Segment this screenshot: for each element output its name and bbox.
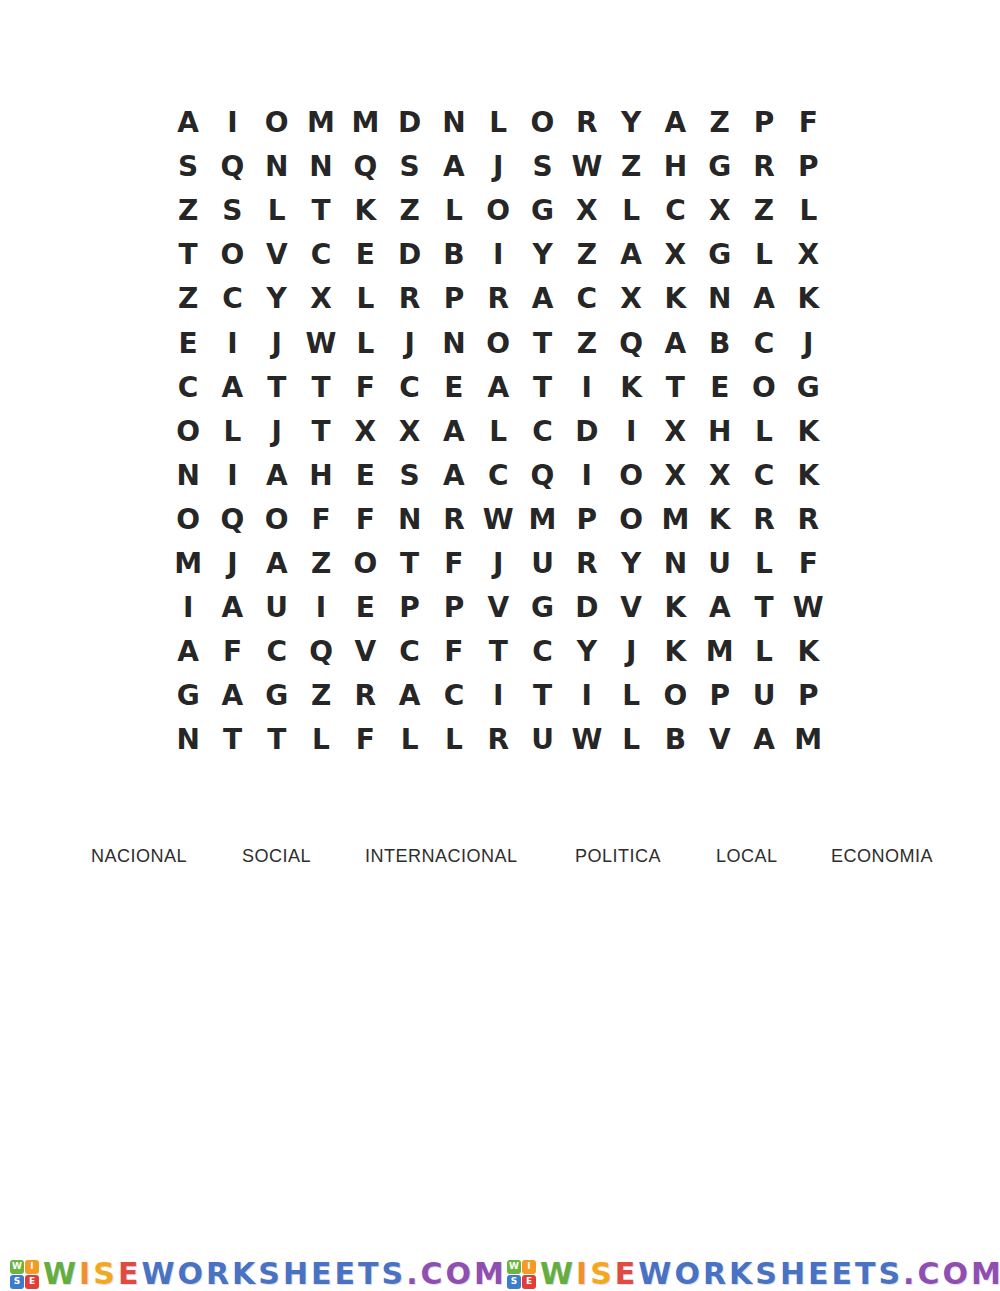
word-list-item: POLITICA <box>575 846 661 866</box>
watermark-letter: S <box>878 1256 903 1291</box>
grid-cell[interactable]: L <box>299 718 343 762</box>
grid-cell[interactable]: C <box>476 454 520 498</box>
grid-cell[interactable]: Z <box>565 321 609 365</box>
watermark-letter: S <box>258 1256 283 1291</box>
grid-cell[interactable]: T <box>166 233 210 277</box>
grid-cell[interactable]: B <box>653 718 697 762</box>
watermark-letter: I <box>79 1256 93 1291</box>
grid-cell[interactable]: V <box>476 586 520 630</box>
grid-cell[interactable]: Y <box>565 630 609 674</box>
grid-cell[interactable]: R <box>742 498 786 542</box>
logo-square: I <box>522 1260 536 1274</box>
watermark-letter: E <box>808 1256 832 1291</box>
grid-cell[interactable]: T <box>387 542 431 586</box>
watermark-letter: O <box>446 1256 475 1291</box>
grid-cell[interactable]: A <box>609 233 653 277</box>
grid-cell[interactable]: K <box>653 586 697 630</box>
grid-cell[interactable]: Z <box>609 145 653 189</box>
grid-cell[interactable]: I <box>565 674 609 718</box>
grid-cell[interactable]: K <box>786 410 830 454</box>
grid-cell[interactable]: M <box>786 718 830 762</box>
wise-logo-icon: WISE <box>507 1260 536 1289</box>
grid-cell[interactable]: C <box>742 321 786 365</box>
grid-cell[interactable]: M <box>166 542 210 586</box>
word-list-item: NACIONAL <box>91 846 187 866</box>
grid-cell[interactable]: P <box>565 498 609 542</box>
watermark-letter: O <box>177 1256 206 1291</box>
grid-cell[interactable]: G <box>255 674 299 718</box>
grid-cell[interactable]: L <box>387 718 431 762</box>
grid-cell[interactable]: Z <box>299 542 343 586</box>
grid-cell[interactable]: K <box>343 189 387 233</box>
grid-cell[interactable]: N <box>698 277 742 321</box>
grid-cell[interactable]: H <box>299 454 343 498</box>
grid-cell[interactable]: N <box>432 101 476 145</box>
grid-cell[interactable]: E <box>343 586 387 630</box>
grid-cell[interactable]: O <box>255 498 299 542</box>
grid-cell[interactable]: P <box>432 586 476 630</box>
watermark-unit: WISE WISEWORKSHEETS.COM <box>10 1259 507 1289</box>
grid-cell[interactable]: G <box>520 189 564 233</box>
watermark-letter: . <box>406 1256 420 1291</box>
watermark-letter: I <box>576 1256 590 1291</box>
grid-cell[interactable]: T <box>476 630 520 674</box>
grid-cell[interactable]: Q <box>343 145 387 189</box>
grid-cell[interactable]: X <box>609 277 653 321</box>
grid-cell[interactable]: M <box>698 630 742 674</box>
grid-cell[interactable]: R <box>786 498 830 542</box>
logo-square: W <box>10 1260 24 1274</box>
grid-cell[interactable]: X <box>299 277 343 321</box>
grid-cell[interactable]: L <box>742 542 786 586</box>
grid-cell[interactable]: R <box>476 718 520 762</box>
grid-cell[interactable]: K <box>653 277 697 321</box>
grid-cell[interactable]: A <box>698 586 742 630</box>
grid-cell[interactable]: L <box>210 410 254 454</box>
grid-cell[interactable]: D <box>565 410 609 454</box>
grid-cell[interactable]: P <box>742 101 786 145</box>
grid-cell[interactable]: O <box>476 321 520 365</box>
grid-cell[interactable]: O <box>742 366 786 410</box>
grid-cell[interactable]: C <box>653 189 697 233</box>
grid-cell[interactable]: Q <box>299 630 343 674</box>
grid-cell[interactable]: X <box>565 189 609 233</box>
watermark-letter: M <box>474 1256 507 1291</box>
grid-cell[interactable]: O <box>609 498 653 542</box>
grid-cell[interactable]: L <box>476 410 520 454</box>
grid-cell[interactable]: A <box>742 277 786 321</box>
watermark-letter: H <box>283 1256 311 1291</box>
watermark-letter: H <box>780 1256 808 1291</box>
grid-cell[interactable]: Y <box>520 233 564 277</box>
logo-square: I <box>25 1260 39 1274</box>
grid-cell[interactable]: J <box>210 542 254 586</box>
watermark-letter: T <box>855 1256 878 1291</box>
grid-cell[interactable]: L <box>255 189 299 233</box>
grid-cell[interactable]: S <box>210 189 254 233</box>
logo-square: E <box>25 1275 39 1289</box>
wise-logo-icon: WISE <box>10 1260 39 1289</box>
grid-cell[interactable]: O <box>343 542 387 586</box>
grid-cell[interactable]: Q <box>210 145 254 189</box>
grid-cell[interactable]: B <box>698 321 742 365</box>
grid-cell[interactable]: N <box>255 145 299 189</box>
grid-cell[interactable]: O <box>166 498 210 542</box>
grid-cell[interactable]: I <box>210 101 254 145</box>
grid-cell[interactable]: S <box>520 145 564 189</box>
grid-cell[interactable]: X <box>653 233 697 277</box>
grid-cell[interactable]: M <box>343 101 387 145</box>
grid-cell[interactable]: I <box>166 586 210 630</box>
grid-cell[interactable]: A <box>476 366 520 410</box>
grid-cell[interactable]: A <box>432 454 476 498</box>
grid-cell[interactable]: L <box>432 189 476 233</box>
grid-cell[interactable]: G <box>698 233 742 277</box>
word-list-item: LOCAL <box>716 846 778 866</box>
watermark-letter: C <box>918 1256 943 1291</box>
grid-cell[interactable]: N <box>166 454 210 498</box>
grid-cell[interactable]: W <box>786 586 830 630</box>
watermark-strip: WISE WISEWORKSHEETS.COM WISE WISEWORKSHE… <box>10 1259 992 1289</box>
grid-cell[interactable]: Y <box>609 542 653 586</box>
grid-cell[interactable]: A <box>166 101 210 145</box>
grid-cell[interactable]: A <box>742 718 786 762</box>
grid-cell[interactable]: V <box>698 718 742 762</box>
watermark-letter: K <box>729 1256 755 1291</box>
watermark-letter: W <box>638 1256 674 1291</box>
grid-cell[interactable]: Y <box>609 101 653 145</box>
grid-cell[interactable]: V <box>343 630 387 674</box>
worksheet-page: { "game": "word-search", "grid_size": { … <box>0 0 1000 1291</box>
grid-cell[interactable]: E <box>343 233 387 277</box>
grid-cell[interactable]: R <box>387 277 431 321</box>
grid-cell[interactable]: Z <box>742 189 786 233</box>
grid-cell[interactable]: C <box>166 366 210 410</box>
grid-cell[interactable]: Z <box>299 674 343 718</box>
grid-cell[interactable]: R <box>432 498 476 542</box>
grid-cell[interactable]: U <box>742 674 786 718</box>
watermark-letter: S <box>755 1256 780 1291</box>
word-search-grid: AIOMMDNLORYAZPFSQNNQSAJSWZHGRPZSLTKZLOGX… <box>166 101 830 762</box>
grid-cell[interactable]: V <box>255 233 299 277</box>
grid-cell[interactable]: A <box>432 410 476 454</box>
grid-cell[interactable]: K <box>786 454 830 498</box>
grid-cell[interactable]: A <box>210 586 254 630</box>
grid-cell[interactable]: R <box>476 277 520 321</box>
grid-cell[interactable]: J <box>476 145 520 189</box>
grid-cell[interactable]: O <box>166 410 210 454</box>
grid-cell[interactable]: D <box>387 233 431 277</box>
watermark-letter: O <box>943 1256 972 1291</box>
grid-cell[interactable]: M <box>653 498 697 542</box>
grid-cell[interactable]: N <box>387 498 431 542</box>
grid-cell[interactable]: L <box>343 277 387 321</box>
watermark-letter: E <box>832 1256 856 1291</box>
grid-cell[interactable]: A <box>210 366 254 410</box>
logo-square: S <box>10 1275 24 1289</box>
word-list-item: ECONOMIA <box>831 846 933 866</box>
grid-cell[interactable]: Q <box>210 498 254 542</box>
grid-cell[interactable]: T <box>299 366 343 410</box>
grid-cell[interactable]: J <box>476 542 520 586</box>
grid-cell[interactable]: O <box>653 674 697 718</box>
watermark-letter: S <box>382 1256 407 1291</box>
grid-cell[interactable]: U <box>255 586 299 630</box>
grid-cell[interactable]: I <box>476 674 520 718</box>
grid-cell[interactable]: L <box>609 189 653 233</box>
grid-cell[interactable]: I <box>609 410 653 454</box>
grid-cell[interactable]: P <box>387 586 431 630</box>
watermark-letter: S <box>590 1256 615 1291</box>
grid-cell[interactable]: A <box>255 542 299 586</box>
grid-cell[interactable]: X <box>698 454 742 498</box>
grid-cell[interactable]: S <box>166 145 210 189</box>
grid-cell[interactable]: A <box>432 145 476 189</box>
watermark-letter: E <box>615 1256 639 1291</box>
grid-cell[interactable]: A <box>166 630 210 674</box>
grid-cell[interactable]: Z <box>565 233 609 277</box>
grid-cell[interactable]: L <box>343 321 387 365</box>
grid-cell[interactable]: R <box>343 674 387 718</box>
watermark-brand-text: WISEWORKSHEETS.COM <box>540 1259 1000 1289</box>
grid-cell[interactable]: C <box>299 233 343 277</box>
grid-cell[interactable]: D <box>387 101 431 145</box>
grid-cell[interactable]: I <box>299 586 343 630</box>
grid-cell[interactable]: F <box>432 630 476 674</box>
grid-cell[interactable]: S <box>387 454 431 498</box>
grid-cell[interactable]: K <box>653 630 697 674</box>
grid-cell[interactable]: X <box>653 410 697 454</box>
grid-cell[interactable]: K <box>786 630 830 674</box>
grid-cell[interactable]: P <box>432 277 476 321</box>
watermark-letter: E <box>311 1256 335 1291</box>
watermark-letter: O <box>674 1256 703 1291</box>
grid-cell[interactable]: R <box>565 101 609 145</box>
grid-cell[interactable]: T <box>299 189 343 233</box>
grid-cell[interactable]: D <box>565 586 609 630</box>
watermark-unit: WISE WISEWORKSHEETS.COM <box>507 1259 1000 1289</box>
grid-cell[interactable]: K <box>786 277 830 321</box>
grid-cell[interactable]: X <box>343 410 387 454</box>
grid-cell[interactable]: E <box>343 454 387 498</box>
grid-cell[interactable]: C <box>255 630 299 674</box>
grid-cell[interactable]: L <box>609 674 653 718</box>
grid-cell[interactable]: C <box>520 410 564 454</box>
grid-cell[interactable]: J <box>786 321 830 365</box>
grid-cell[interactable]: C <box>565 277 609 321</box>
grid-cell[interactable]: Z <box>698 101 742 145</box>
grid-cell[interactable]: Q <box>520 454 564 498</box>
grid-cell[interactable]: E <box>432 366 476 410</box>
grid-cell[interactable]: L <box>742 630 786 674</box>
grid-cell[interactable]: R <box>565 542 609 586</box>
grid-cell[interactable]: U <box>520 718 564 762</box>
watermark-brand-text: WISEWORKSHEETS.COM <box>43 1259 507 1289</box>
logo-square: E <box>522 1275 536 1289</box>
word-list: NACIONAL SOCIAL INTERNACIONAL POLITICA L… <box>91 846 938 866</box>
watermark-letter: C <box>421 1256 446 1291</box>
grid-cell[interactable]: G <box>698 145 742 189</box>
grid-cell[interactable]: T <box>653 366 697 410</box>
grid-cell[interactable]: C <box>387 630 431 674</box>
grid-cell[interactable]: F <box>343 498 387 542</box>
grid-cell[interactable]: T <box>255 366 299 410</box>
grid-cell[interactable]: G <box>166 674 210 718</box>
grid-cell[interactable]: T <box>255 718 299 762</box>
watermark-letter: R <box>703 1256 729 1291</box>
watermark-letter: W <box>141 1256 177 1291</box>
watermark-letter: M <box>971 1256 1000 1291</box>
grid-cell[interactable]: A <box>210 674 254 718</box>
grid-cell[interactable]: L <box>742 233 786 277</box>
grid-cell[interactable]: Z <box>387 189 431 233</box>
grid-cell[interactable]: F <box>786 101 830 145</box>
grid-cell[interactable]: C <box>210 277 254 321</box>
grid-cell[interactable]: F <box>432 542 476 586</box>
grid-cell[interactable]: H <box>698 410 742 454</box>
grid-cell[interactable]: F <box>299 498 343 542</box>
grid-cell[interactable]: J <box>387 321 431 365</box>
grid-cell[interactable]: T <box>520 674 564 718</box>
watermark-letter: W <box>540 1256 576 1291</box>
grid-cell[interactable]: M <box>299 101 343 145</box>
grid-cell[interactable]: L <box>476 101 520 145</box>
grid-cell[interactable]: O <box>520 101 564 145</box>
grid-cell[interactable]: I <box>565 366 609 410</box>
grid-cell[interactable]: E <box>166 321 210 365</box>
watermark-letter: K <box>232 1256 258 1291</box>
grid-cell[interactable]: L <box>609 718 653 762</box>
watermark-letter: E <box>335 1256 359 1291</box>
grid-cell[interactable]: K <box>698 498 742 542</box>
grid-cell[interactable]: I <box>210 321 254 365</box>
grid-cell[interactable]: X <box>786 233 830 277</box>
grid-cell[interactable]: R <box>742 145 786 189</box>
grid-cell[interactable]: A <box>520 277 564 321</box>
grid-cell[interactable]: W <box>476 498 520 542</box>
grid-cell[interactable]: A <box>653 321 697 365</box>
grid-cell[interactable]: O <box>609 454 653 498</box>
grid-cell[interactable]: L <box>786 189 830 233</box>
grid-cell[interactable]: T <box>299 410 343 454</box>
grid-cell[interactable]: E <box>698 366 742 410</box>
grid-cell[interactable]: F <box>210 630 254 674</box>
grid-cell[interactable]: O <box>476 189 520 233</box>
watermark-letter: E <box>118 1256 142 1291</box>
grid-cell[interactable]: L <box>742 410 786 454</box>
grid-cell[interactable]: V <box>609 586 653 630</box>
grid-cell[interactable]: M <box>520 498 564 542</box>
grid-cell[interactable]: C <box>387 366 431 410</box>
grid-cell[interactable]: C <box>520 630 564 674</box>
watermark-letter: S <box>93 1256 118 1291</box>
grid-cell[interactable]: T <box>742 586 786 630</box>
grid-cell[interactable]: L <box>432 718 476 762</box>
grid-cell[interactable]: N <box>299 145 343 189</box>
logo-square: W <box>507 1260 521 1274</box>
grid-cell[interactable]: Q <box>609 321 653 365</box>
watermark-letter: R <box>206 1256 232 1291</box>
grid-cell[interactable]: P <box>786 145 830 189</box>
watermark-letter: W <box>43 1256 79 1291</box>
logo-square: S <box>507 1275 521 1289</box>
grid-cell[interactable]: O <box>210 233 254 277</box>
grid-cell[interactable]: Z <box>166 277 210 321</box>
grid-cell[interactable]: T <box>520 321 564 365</box>
grid-cell[interactable]: A <box>653 101 697 145</box>
grid-cell[interactable]: Z <box>166 189 210 233</box>
grid-cell[interactable]: I <box>476 233 520 277</box>
grid-cell[interactable]: C <box>742 454 786 498</box>
grid-cell[interactable]: N <box>653 542 697 586</box>
grid-cell[interactable]: P <box>786 674 830 718</box>
grid-cell[interactable]: W <box>565 145 609 189</box>
grid-cell[interactable]: J <box>255 321 299 365</box>
grid-cell[interactable]: H <box>653 145 697 189</box>
grid-cell[interactable]: P <box>698 674 742 718</box>
word-list-item: INTERNACIONAL <box>365 846 518 866</box>
grid-cell[interactable]: X <box>387 410 431 454</box>
grid-cell[interactable]: B <box>432 233 476 277</box>
grid-cell[interactable]: F <box>343 366 387 410</box>
grid-cell[interactable]: S <box>387 145 431 189</box>
grid-cell[interactable]: O <box>255 101 299 145</box>
grid-cell[interactable]: K <box>609 366 653 410</box>
word-list-item: SOCIAL <box>242 846 311 866</box>
watermark-letter: T <box>358 1256 381 1291</box>
grid-cell[interactable]: W <box>565 718 609 762</box>
grid-cell[interactable]: T <box>210 718 254 762</box>
grid-cell[interactable]: A <box>387 674 431 718</box>
grid-cell[interactable]: N <box>166 718 210 762</box>
grid-cell[interactable]: G <box>520 586 564 630</box>
grid-cell[interactable]: N <box>432 321 476 365</box>
grid-cell[interactable]: U <box>520 542 564 586</box>
grid-cell[interactable]: F <box>343 718 387 762</box>
grid-cell[interactable]: A <box>255 454 299 498</box>
grid-cell[interactable]: X <box>653 454 697 498</box>
grid-cell[interactable]: W <box>299 321 343 365</box>
grid-cell[interactable]: U <box>698 542 742 586</box>
grid-cell[interactable]: J <box>255 410 299 454</box>
grid-cell[interactable]: I <box>210 454 254 498</box>
grid-cell[interactable]: T <box>520 366 564 410</box>
watermark-letter: . <box>903 1256 917 1291</box>
grid-cell[interactable]: J <box>609 630 653 674</box>
grid-cell[interactable]: F <box>786 542 830 586</box>
grid-cell[interactable]: X <box>698 189 742 233</box>
grid-cell[interactable]: I <box>565 454 609 498</box>
grid-cell[interactable]: C <box>432 674 476 718</box>
grid-cell[interactable]: G <box>786 366 830 410</box>
grid-cell[interactable]: Y <box>255 277 299 321</box>
